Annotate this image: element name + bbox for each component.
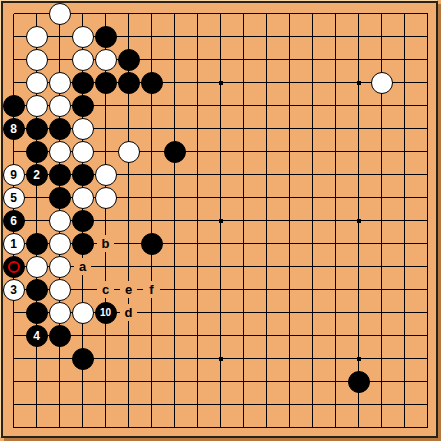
white-stone xyxy=(72,118,94,140)
white-stone xyxy=(49,141,71,163)
white-stone: 9 xyxy=(3,164,25,186)
grid-line xyxy=(14,427,428,428)
white-stone xyxy=(26,95,48,117)
white-stone xyxy=(26,72,48,94)
white-stone xyxy=(371,72,393,94)
point-label-d: d xyxy=(120,304,137,321)
white-stone xyxy=(26,49,48,71)
star-point xyxy=(219,219,223,223)
black-stone xyxy=(141,233,163,255)
black-stone xyxy=(72,164,94,186)
black-stone xyxy=(72,95,94,117)
black-stone xyxy=(49,187,71,209)
black-stone xyxy=(164,141,186,163)
move-number-label: 10 xyxy=(100,308,111,318)
point-label-c: c xyxy=(97,281,114,298)
white-stone xyxy=(49,279,71,301)
point-label-e: e xyxy=(120,281,137,298)
move-number-label: 6 xyxy=(10,215,17,227)
grid-line xyxy=(335,14,336,428)
black-stone xyxy=(72,210,94,232)
black-stone xyxy=(49,164,71,186)
star-point xyxy=(357,81,361,85)
move-number-label: 1 xyxy=(10,238,17,250)
star-point xyxy=(357,219,361,223)
black-stone: 2 xyxy=(26,164,48,186)
black-stone xyxy=(118,49,140,71)
grid-line xyxy=(404,14,405,428)
white-stone xyxy=(26,256,48,278)
point-label-a: a xyxy=(74,258,91,275)
black-stone: 8 xyxy=(3,118,25,140)
move-number-label: 5 xyxy=(10,192,17,204)
grid-line xyxy=(243,14,244,428)
white-stone xyxy=(49,72,71,94)
move-number-label: 3 xyxy=(10,284,17,296)
white-stone: 1 xyxy=(3,233,25,255)
white-stone xyxy=(72,302,94,324)
white-stone xyxy=(49,233,71,255)
black-stone xyxy=(26,279,48,301)
black-stone xyxy=(95,26,117,48)
black-stone xyxy=(3,256,25,278)
star-point xyxy=(357,357,361,361)
move-number-label: 4 xyxy=(33,330,40,342)
black-stone xyxy=(49,118,71,140)
black-stone: 10 xyxy=(95,302,117,324)
white-stone xyxy=(72,26,94,48)
white-stone xyxy=(49,302,71,324)
go-board: abcdef8925613104 xyxy=(0,0,441,441)
point-label-b: b xyxy=(97,235,114,252)
grid-line xyxy=(289,14,290,428)
white-stone xyxy=(72,187,94,209)
grid-line xyxy=(266,14,267,428)
white-stone xyxy=(49,95,71,117)
move-number-label: 2 xyxy=(33,169,40,181)
star-point xyxy=(219,81,223,85)
grid-line xyxy=(14,289,428,290)
move-number-label: 9 xyxy=(10,169,17,181)
black-stone xyxy=(72,72,94,94)
black-stone xyxy=(72,233,94,255)
black-stone xyxy=(95,72,117,94)
grid-line xyxy=(312,14,313,428)
black-stone xyxy=(348,371,370,393)
white-stone: 5 xyxy=(3,187,25,209)
black-stone: 6 xyxy=(3,210,25,232)
white-stone xyxy=(49,256,71,278)
white-stone xyxy=(118,141,140,163)
black-stone xyxy=(3,95,25,117)
black-stone xyxy=(49,325,71,347)
white-stone xyxy=(49,3,71,25)
star-point xyxy=(219,357,223,361)
grid-line xyxy=(14,404,428,405)
black-stone xyxy=(26,118,48,140)
black-stone xyxy=(118,72,140,94)
black-stone: 4 xyxy=(26,325,48,347)
white-stone xyxy=(26,26,48,48)
grid-line xyxy=(427,14,428,428)
black-stone xyxy=(26,141,48,163)
point-label-f: f xyxy=(143,281,160,298)
move-number-label: 8 xyxy=(10,123,17,135)
white-stone xyxy=(72,141,94,163)
black-stone xyxy=(26,233,48,255)
white-stone xyxy=(95,187,117,209)
white-stone xyxy=(95,164,117,186)
white-stone xyxy=(49,210,71,232)
black-stone xyxy=(141,72,163,94)
white-stone: 3 xyxy=(3,279,25,301)
black-stone xyxy=(72,348,94,370)
white-stone xyxy=(72,49,94,71)
grid-line xyxy=(14,335,428,336)
circle-marker xyxy=(8,261,20,273)
black-stone xyxy=(26,302,48,324)
white-stone xyxy=(95,49,117,71)
